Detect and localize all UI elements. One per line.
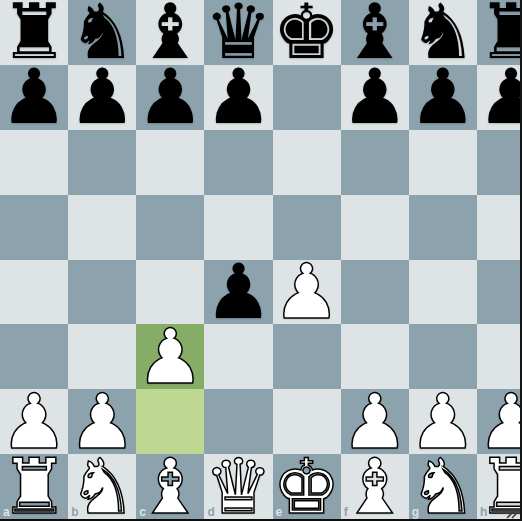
piece-black-pawn[interactable]: ♟ xyxy=(341,65,409,129)
piece-black-pawn[interactable]: ♟ xyxy=(204,260,272,324)
square-f7[interactable]: ♟ xyxy=(341,65,409,130)
square-b4[interactable] xyxy=(68,260,136,325)
square-c3[interactable]: ♟ xyxy=(136,324,204,389)
piece-white-bishop[interactable]: ♝ xyxy=(136,455,204,519)
piece-black-pawn[interactable]: ♟ xyxy=(204,65,272,129)
square-c5[interactable] xyxy=(136,195,204,260)
square-e3[interactable] xyxy=(273,324,341,389)
piece-white-rook[interactable]: ♜ xyxy=(0,455,68,519)
square-g6[interactable] xyxy=(409,130,477,195)
resize-handle-icon[interactable] xyxy=(505,505,517,517)
square-e1[interactable]: ♚e xyxy=(273,454,341,519)
square-e6[interactable] xyxy=(273,130,341,195)
square-d3[interactable] xyxy=(204,324,272,389)
piece-black-pawn[interactable]: ♟ xyxy=(409,65,477,129)
square-f4[interactable] xyxy=(341,260,409,325)
square-e8[interactable]: ♚ xyxy=(273,0,341,65)
piece-black-pawn[interactable]: ♟ xyxy=(136,65,204,129)
chessboard: ♜♞♝♛♚♝♞♜8♟♟♟♟♟♟♟765♟♟4♟3♟♟♟♟♟2♜a♞b♝c♛d♚e… xyxy=(0,0,522,521)
square-g1[interactable]: ♞g xyxy=(409,454,477,519)
square-a5[interactable] xyxy=(0,195,68,260)
square-d6[interactable] xyxy=(204,130,272,195)
square-b5[interactable] xyxy=(68,195,136,260)
square-b1[interactable]: ♞b xyxy=(68,454,136,519)
piece-white-knight[interactable]: ♞ xyxy=(409,455,477,519)
square-a1[interactable]: ♜a xyxy=(0,454,68,519)
square-h7[interactable]: ♟7 xyxy=(477,65,522,130)
square-b7[interactable]: ♟ xyxy=(68,65,136,130)
piece-white-queen[interactable]: ♛ xyxy=(204,455,272,519)
square-d7[interactable]: ♟ xyxy=(204,65,272,130)
square-f1[interactable]: ♝f xyxy=(341,454,409,519)
square-g5[interactable] xyxy=(409,195,477,260)
square-e4[interactable]: ♟ xyxy=(273,260,341,325)
piece-black-king[interactable]: ♚ xyxy=(273,0,341,64)
piece-white-pawn[interactable]: ♟ xyxy=(273,260,341,324)
square-h4[interactable]: 4 xyxy=(477,260,522,325)
board-grid: ♜♞♝♛♚♝♞♜8♟♟♟♟♟♟♟765♟♟4♟3♟♟♟♟♟2♜a♞b♝c♛d♚e… xyxy=(0,0,520,519)
square-c6[interactable] xyxy=(136,130,204,195)
piece-black-pawn[interactable]: ♟ xyxy=(477,65,522,129)
square-b6[interactable] xyxy=(68,130,136,195)
piece-black-pawn[interactable]: ♟ xyxy=(68,65,136,129)
square-a4[interactable] xyxy=(0,260,68,325)
square-a6[interactable] xyxy=(0,130,68,195)
piece-white-king[interactable]: ♚ xyxy=(273,455,341,519)
square-d1[interactable]: ♛d xyxy=(204,454,272,519)
piece-white-pawn[interactable]: ♟ xyxy=(136,325,204,389)
square-h5[interactable]: 5 xyxy=(477,195,522,260)
square-g7[interactable]: ♟ xyxy=(409,65,477,130)
square-c7[interactable]: ♟ xyxy=(136,65,204,130)
piece-white-knight[interactable]: ♞ xyxy=(68,455,136,519)
piece-black-pawn[interactable]: ♟ xyxy=(0,65,68,129)
piece-white-bishop[interactable]: ♝ xyxy=(341,455,409,519)
square-d4[interactable]: ♟ xyxy=(204,260,272,325)
square-f6[interactable] xyxy=(341,130,409,195)
square-c1[interactable]: ♝c xyxy=(136,454,204,519)
square-g4[interactable] xyxy=(409,260,477,325)
square-a7[interactable]: ♟ xyxy=(0,65,68,130)
square-e7[interactable] xyxy=(273,65,341,130)
square-h6[interactable]: 6 xyxy=(477,130,522,195)
square-f5[interactable] xyxy=(341,195,409,260)
